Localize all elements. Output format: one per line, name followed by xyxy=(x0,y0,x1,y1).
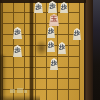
board-shadow-smudge xyxy=(35,40,48,56)
board-cell[interactable] xyxy=(3,35,14,46)
board-cell[interactable] xyxy=(69,90,80,100)
piece-kanji: 歩 xyxy=(60,3,68,10)
board-cell[interactable] xyxy=(69,79,80,90)
board-cell[interactable] xyxy=(3,24,14,35)
bottom-shade xyxy=(0,95,40,100)
glare-mark xyxy=(17,88,23,93)
board-cell[interactable] xyxy=(36,57,47,68)
board-cell[interactable] xyxy=(14,2,25,13)
piece-kanji: 歩 xyxy=(73,29,81,36)
board-cell[interactable] xyxy=(69,46,80,57)
board-cell[interactable] xyxy=(58,57,69,68)
board-cell[interactable] xyxy=(14,57,25,68)
board-cell[interactable] xyxy=(14,68,25,79)
piece-kanji: 玉 xyxy=(49,15,59,23)
board-fold-seam xyxy=(29,0,34,100)
piece-kanji: 歩 xyxy=(58,43,66,50)
board-cell[interactable] xyxy=(69,57,80,68)
board-cell[interactable] xyxy=(3,2,14,13)
piece-kanji: 歩 xyxy=(47,41,55,48)
board-cell[interactable] xyxy=(58,24,69,35)
board-top-edge xyxy=(0,0,86,3)
background-right xyxy=(93,0,100,100)
piece-kanji: 歩 xyxy=(13,46,22,53)
glare-mark xyxy=(10,89,15,93)
board-cell[interactable] xyxy=(58,90,69,100)
board-cell[interactable] xyxy=(47,79,58,90)
board-cell[interactable] xyxy=(14,13,25,24)
board-cell[interactable] xyxy=(69,2,80,13)
board-cell[interactable] xyxy=(36,79,47,90)
board-cell[interactable] xyxy=(58,13,69,24)
bottom-left-shadow xyxy=(0,55,6,100)
piece-kanji: 歩 xyxy=(13,28,22,35)
board-cell[interactable] xyxy=(47,90,58,100)
board-cell[interactable] xyxy=(69,68,80,79)
piece-kanji: 歩 xyxy=(34,3,43,10)
piece-kanji: 歩 xyxy=(47,27,55,34)
piece-kanji: 歩 xyxy=(50,59,58,66)
board-cell[interactable] xyxy=(58,68,69,79)
board-cell[interactable] xyxy=(3,13,14,24)
glare-mark xyxy=(24,90,27,93)
board-cell[interactable] xyxy=(36,68,47,79)
board-frame xyxy=(84,0,93,100)
shogi-board-photo: 歩 歩 歩 玉 歩 歩 歩 歩 歩 歩 歩 xyxy=(0,0,100,100)
board-cell[interactable] xyxy=(69,13,80,24)
board-cell[interactable] xyxy=(58,79,69,90)
piece-kanji: 歩 xyxy=(48,2,57,9)
board-cell[interactable] xyxy=(36,13,47,24)
board-cell[interactable] xyxy=(36,24,47,35)
